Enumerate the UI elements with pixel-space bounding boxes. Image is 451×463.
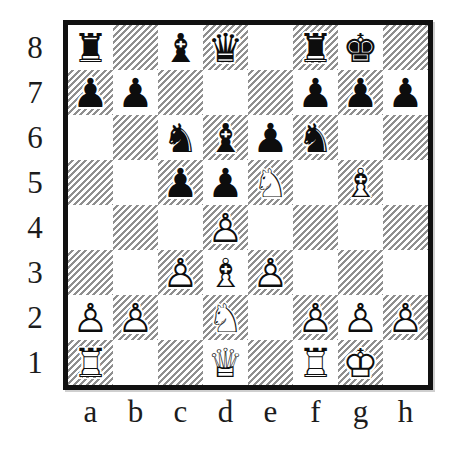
square-c6[interactable]: ♞♞ [158, 115, 203, 160]
rank-label-3: 3 [18, 250, 52, 295]
rank-label-6: 6 [18, 115, 52, 160]
square-c7[interactable] [158, 70, 203, 115]
piece-glyph: ♝ [208, 118, 244, 158]
square-g7[interactable]: ♟♟ [338, 70, 383, 115]
white-pawn-piece: ♟♙ [68, 295, 113, 340]
file-labels: abcdefgh [68, 391, 428, 433]
black-rook-piece: ♜♜ [68, 25, 113, 70]
black-pawn-piece: ♟♟ [383, 70, 428, 115]
piece-glyph: ♞ [298, 118, 334, 158]
square-b3[interactable] [113, 250, 158, 295]
square-h1[interactable] [383, 340, 428, 385]
chess-board: ♜♜♝♝♛♛♜♜♚♚♟♟♟♟♟♟♟♟♟♟♞♞♝♝♟♟♞♞♟♟♟♟♞♘♝♗♟♙♟♙… [68, 25, 428, 385]
square-h4[interactable] [383, 205, 428, 250]
square-d7[interactable] [203, 70, 248, 115]
piece-glyph: ♞ [163, 118, 199, 158]
black-queen-piece: ♛♛ [203, 25, 248, 70]
file-label-c: c [158, 391, 203, 433]
file-label-h: h [383, 391, 428, 433]
square-e4[interactable] [248, 205, 293, 250]
white-queen-piece: ♛♕ [203, 340, 248, 385]
file-label-a: a [68, 391, 113, 433]
square-b5[interactable] [113, 160, 158, 205]
square-a3[interactable] [68, 250, 113, 295]
piece-glyph: ♟ [388, 73, 424, 113]
square-f3[interactable] [293, 250, 338, 295]
black-king-piece: ♚♚ [338, 25, 383, 70]
white-bishop-piece: ♝♗ [203, 250, 248, 295]
piece-glyph: ♜ [298, 28, 334, 68]
white-pawn-piece: ♟♙ [338, 295, 383, 340]
black-pawn-piece: ♟♟ [158, 160, 203, 205]
white-bishop-piece: ♝♗ [338, 160, 383, 205]
file-label-e: e [248, 391, 293, 433]
square-b1[interactable] [113, 340, 158, 385]
square-e8[interactable] [248, 25, 293, 70]
square-e1[interactable] [248, 340, 293, 385]
black-knight-piece: ♞♞ [293, 115, 338, 160]
rank-label-7: 7 [18, 70, 52, 115]
piece-glyph: ♙ [118, 298, 154, 338]
square-f2[interactable]: ♟♙ [293, 295, 338, 340]
square-e3[interactable]: ♟♙ [248, 250, 293, 295]
piece-glyph: ♟ [163, 163, 199, 203]
piece-glyph: ♟ [73, 73, 109, 113]
white-pawn-piece: ♟♙ [248, 250, 293, 295]
square-g5[interactable]: ♝♗ [338, 160, 383, 205]
square-e5[interactable]: ♞♘ [248, 160, 293, 205]
piece-glyph: ♙ [73, 298, 109, 338]
piece-glyph: ♟ [253, 118, 289, 158]
square-d4[interactable]: ♟♙ [203, 205, 248, 250]
square-c1[interactable] [158, 340, 203, 385]
square-b6[interactable] [113, 115, 158, 160]
white-pawn-piece: ♟♙ [203, 205, 248, 250]
square-a5[interactable] [68, 160, 113, 205]
piece-glyph: ♝ [163, 28, 199, 68]
square-d5[interactable]: ♟♟ [203, 160, 248, 205]
rank-label-1: 1 [18, 340, 52, 385]
square-a2[interactable]: ♟♙ [68, 295, 113, 340]
square-f1[interactable]: ♜♖ [293, 340, 338, 385]
square-f6[interactable]: ♞♞ [293, 115, 338, 160]
white-knight-piece: ♞♘ [203, 295, 248, 340]
white-rook-piece: ♜♖ [293, 340, 338, 385]
piece-glyph: ♟ [118, 73, 154, 113]
square-g4[interactable] [338, 205, 383, 250]
square-g1[interactable]: ♚♔ [338, 340, 383, 385]
square-d2[interactable]: ♞♘ [203, 295, 248, 340]
piece-glyph: ♘ [208, 298, 244, 338]
square-a7[interactable]: ♟♟ [68, 70, 113, 115]
piece-glyph: ♟ [298, 73, 334, 113]
square-c5[interactable]: ♟♟ [158, 160, 203, 205]
rank-label-2: 2 [18, 295, 52, 340]
square-f8[interactable]: ♜♜ [293, 25, 338, 70]
piece-glyph: ♙ [208, 208, 244, 248]
square-e6[interactable]: ♟♟ [248, 115, 293, 160]
piece-glyph: ♖ [73, 343, 109, 383]
square-d6[interactable]: ♝♝ [203, 115, 248, 160]
square-f5[interactable] [293, 160, 338, 205]
square-g6[interactable] [338, 115, 383, 160]
square-c8[interactable]: ♝♝ [158, 25, 203, 70]
rank-label-4: 4 [18, 205, 52, 250]
black-bishop-piece: ♝♝ [158, 25, 203, 70]
square-c4[interactable] [158, 205, 203, 250]
white-rook-piece: ♜♖ [68, 340, 113, 385]
square-d1[interactable]: ♛♕ [203, 340, 248, 385]
file-label-g: g [338, 391, 383, 433]
file-label-d: d [203, 391, 248, 433]
file-label-b: b [113, 391, 158, 433]
piece-glyph: ♖ [298, 343, 334, 383]
rank-label-8: 8 [18, 25, 52, 70]
white-pawn-piece: ♟♙ [158, 250, 203, 295]
piece-glyph: ♗ [343, 163, 379, 203]
square-h5[interactable] [383, 160, 428, 205]
black-pawn-piece: ♟♟ [203, 160, 248, 205]
square-h6[interactable] [383, 115, 428, 160]
square-a8[interactable]: ♜♜ [68, 25, 113, 70]
square-h3[interactable] [383, 250, 428, 295]
white-pawn-piece: ♟♙ [383, 295, 428, 340]
rank-label-5: 5 [18, 160, 52, 205]
piece-glyph: ♙ [343, 298, 379, 338]
black-pawn-piece: ♟♟ [338, 70, 383, 115]
piece-glyph: ♔ [343, 343, 379, 383]
square-b7[interactable]: ♟♟ [113, 70, 158, 115]
piece-glyph: ♘ [253, 163, 289, 203]
board-frame: ♜♜♝♝♛♛♜♜♚♚♟♟♟♟♟♟♟♟♟♟♞♞♝♝♟♟♞♞♟♟♟♟♞♘♝♗♟♙♟♙… [63, 20, 433, 390]
piece-glyph: ♜ [73, 28, 109, 68]
piece-glyph: ♚ [343, 28, 379, 68]
piece-glyph: ♙ [298, 298, 334, 338]
square-d3[interactable]: ♝♗ [203, 250, 248, 295]
square-f7[interactable]: ♟♟ [293, 70, 338, 115]
square-c2[interactable] [158, 295, 203, 340]
piece-glyph: ♙ [163, 253, 199, 293]
black-pawn-piece: ♟♟ [248, 115, 293, 160]
square-g8[interactable]: ♚♚ [338, 25, 383, 70]
square-h2[interactable]: ♟♙ [383, 295, 428, 340]
black-bishop-piece: ♝♝ [203, 115, 248, 160]
square-e2[interactable] [248, 295, 293, 340]
square-c3[interactable]: ♟♙ [158, 250, 203, 295]
piece-glyph: ♕ [208, 343, 244, 383]
square-b4[interactable] [113, 205, 158, 250]
piece-glyph: ♙ [253, 253, 289, 293]
black-knight-piece: ♞♞ [158, 115, 203, 160]
piece-glyph: ♟ [343, 73, 379, 113]
square-a1[interactable]: ♜♖ [68, 340, 113, 385]
piece-glyph: ♙ [388, 298, 424, 338]
square-d8[interactable]: ♛♛ [203, 25, 248, 70]
square-b2[interactable]: ♟♙ [113, 295, 158, 340]
black-pawn-piece: ♟♟ [68, 70, 113, 115]
white-king-piece: ♚♔ [338, 340, 383, 385]
square-b8[interactable] [113, 25, 158, 70]
white-knight-piece: ♞♘ [248, 160, 293, 205]
square-h8[interactable] [383, 25, 428, 70]
white-pawn-piece: ♟♙ [113, 295, 158, 340]
square-a6[interactable] [68, 115, 113, 160]
square-a4[interactable] [68, 205, 113, 250]
rank-labels: 87654321 [18, 25, 52, 385]
black-pawn-piece: ♟♟ [293, 70, 338, 115]
black-pawn-piece: ♟♟ [113, 70, 158, 115]
white-pawn-piece: ♟♙ [293, 295, 338, 340]
black-rook-piece: ♜♜ [293, 25, 338, 70]
file-label-f: f [293, 391, 338, 433]
square-g2[interactable]: ♟♙ [338, 295, 383, 340]
piece-glyph: ♟ [208, 163, 244, 203]
square-e7[interactable] [248, 70, 293, 115]
square-g3[interactable] [338, 250, 383, 295]
piece-glyph: ♛ [208, 28, 244, 68]
piece-glyph: ♗ [208, 253, 244, 293]
square-h7[interactable]: ♟♟ [383, 70, 428, 115]
square-f4[interactable] [293, 205, 338, 250]
